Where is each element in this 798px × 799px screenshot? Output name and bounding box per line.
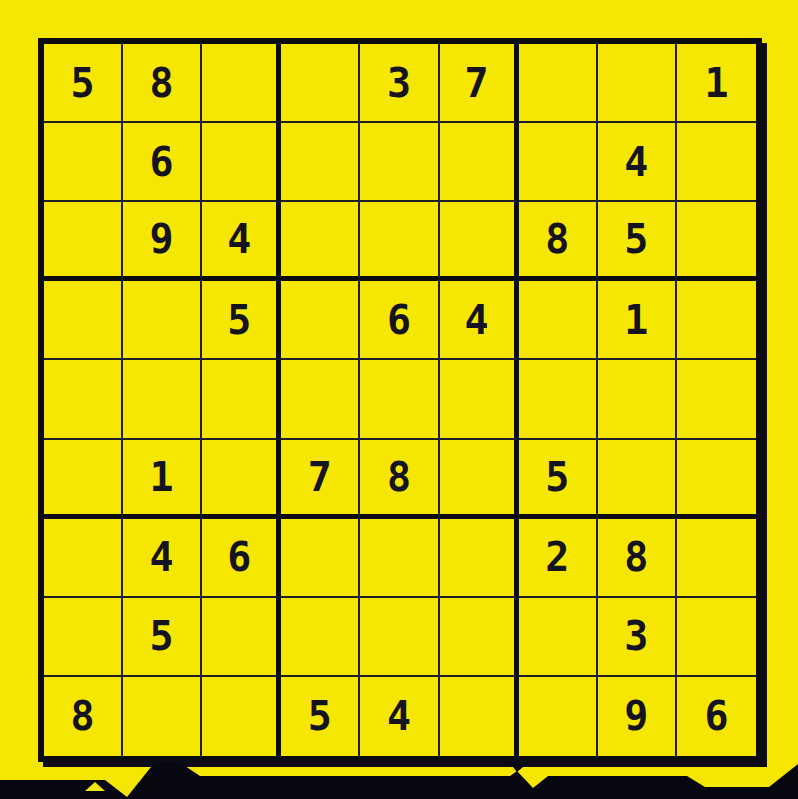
sudoku-cell-r6c6[interactable] — [440, 440, 519, 519]
sudoku-cell-r6c9[interactable] — [677, 440, 756, 519]
sudoku-cell-r7c1[interactable] — [44, 519, 123, 598]
sudoku-cell-r9c9[interactable]: 6 — [677, 677, 756, 756]
sudoku-cell-r4c7[interactable] — [519, 281, 598, 360]
sudoku-cell-r5c8[interactable] — [598, 360, 677, 439]
sudoku-cell-r9c4[interactable]: 5 — [281, 677, 360, 756]
sudoku-cell-r4c8[interactable]: 1 — [598, 281, 677, 360]
sudoku-cell-r6c3[interactable] — [202, 440, 281, 519]
sudoku-cell-r6c8[interactable] — [598, 440, 677, 519]
sudoku-cell-r1c5[interactable]: 3 — [360, 44, 439, 123]
sudoku-cell-r5c3[interactable] — [202, 360, 281, 439]
glitch-band-shape — [0, 762, 798, 799]
sudoku-cell-r2c9[interactable] — [677, 123, 756, 202]
sudoku-cell-r2c6[interactable] — [440, 123, 519, 202]
sudoku-cell-r9c3[interactable] — [202, 677, 281, 756]
sudoku-cell-r1c7[interactable] — [519, 44, 598, 123]
sudoku-cell-r1c1[interactable]: 5 — [44, 44, 123, 123]
sudoku-cell-r6c1[interactable] — [44, 440, 123, 519]
sudoku-cell-r3c7[interactable]: 8 — [519, 202, 598, 281]
sudoku-screen: 583716494855641178546285385496 — [0, 0, 798, 799]
sudoku-cell-r2c5[interactable] — [360, 123, 439, 202]
sudoku-cell-r3c2[interactable]: 9 — [123, 202, 202, 281]
sudoku-cell-r7c4[interactable] — [281, 519, 360, 598]
sudoku-cell-r7c8[interactable]: 8 — [598, 519, 677, 598]
sudoku-cell-r2c2[interactable]: 6 — [123, 123, 202, 202]
sudoku-cell-r1c4[interactable] — [281, 44, 360, 123]
sudoku-cell-r5c9[interactable] — [677, 360, 756, 439]
sudoku-cell-r5c5[interactable] — [360, 360, 439, 439]
sudoku-board: 583716494855641178546285385496 — [38, 38, 762, 762]
sudoku-cell-r8c3[interactable] — [202, 598, 281, 677]
sudoku-cell-r7c6[interactable] — [440, 519, 519, 598]
sudoku-cell-r5c1[interactable] — [44, 360, 123, 439]
sudoku-cell-r8c1[interactable] — [44, 598, 123, 677]
sudoku-cell-r3c9[interactable] — [677, 202, 756, 281]
sudoku-cell-r7c5[interactable] — [360, 519, 439, 598]
sudoku-cell-r4c1[interactable] — [44, 281, 123, 360]
sudoku-cell-r9c5[interactable]: 4 — [360, 677, 439, 756]
sudoku-cell-r4c9[interactable] — [677, 281, 756, 360]
glitch-center-wedge-shape — [509, 762, 529, 772]
sudoku-cell-r9c6[interactable] — [440, 677, 519, 756]
sudoku-cell-r8c9[interactable] — [677, 598, 756, 677]
sudoku-cell-r2c4[interactable] — [281, 123, 360, 202]
sudoku-cell-r6c5[interactable]: 8 — [360, 440, 439, 519]
sudoku-cell-r8c4[interactable] — [281, 598, 360, 677]
sudoku-cell-r1c2[interactable]: 8 — [123, 44, 202, 123]
sudoku-cell-r9c2[interactable] — [123, 677, 202, 756]
sudoku-cell-r7c3[interactable]: 6 — [202, 519, 281, 598]
sudoku-cell-r7c9[interactable] — [677, 519, 756, 598]
sudoku-cell-r2c3[interactable] — [202, 123, 281, 202]
sudoku-cell-r8c2[interactable]: 5 — [123, 598, 202, 677]
sudoku-cell-r2c7[interactable] — [519, 123, 598, 202]
sudoku-cell-r5c2[interactable] — [123, 360, 202, 439]
sudoku-cell-r3c5[interactable] — [360, 202, 439, 281]
sudoku-cell-r8c6[interactable] — [440, 598, 519, 677]
sudoku-cell-r4c2[interactable] — [123, 281, 202, 360]
sudoku-cell-r8c8[interactable]: 3 — [598, 598, 677, 677]
sudoku-cell-r3c6[interactable] — [440, 202, 519, 281]
sudoku-cell-r3c8[interactable]: 5 — [598, 202, 677, 281]
sudoku-cell-r1c8[interactable] — [598, 44, 677, 123]
sudoku-cell-r9c8[interactable]: 9 — [598, 677, 677, 756]
sudoku-cell-r2c1[interactable] — [44, 123, 123, 202]
sudoku-cell-r6c2[interactable]: 1 — [123, 440, 202, 519]
sudoku-cell-r9c1[interactable]: 8 — [44, 677, 123, 756]
sudoku-cell-r4c4[interactable] — [281, 281, 360, 360]
sudoku-cell-r6c4[interactable]: 7 — [281, 440, 360, 519]
sudoku-cell-r7c7[interactable]: 2 — [519, 519, 598, 598]
sudoku-cell-r4c6[interactable]: 4 — [440, 281, 519, 360]
sudoku-cell-r1c9[interactable]: 1 — [677, 44, 756, 123]
sudoku-cell-r7c2[interactable]: 4 — [123, 519, 202, 598]
sudoku-cell-r5c4[interactable] — [281, 360, 360, 439]
sudoku-cell-r5c7[interactable] — [519, 360, 598, 439]
sudoku-cell-r8c7[interactable] — [519, 598, 598, 677]
sudoku-cell-r9c7[interactable] — [519, 677, 598, 756]
sudoku-cell-r5c6[interactable] — [440, 360, 519, 439]
sudoku-cell-r4c3[interactable]: 5 — [202, 281, 281, 360]
sudoku-cell-r3c3[interactable]: 4 — [202, 202, 281, 281]
sudoku-cell-r2c8[interactable]: 4 — [598, 123, 677, 202]
sudoku-cell-r1c6[interactable]: 7 — [440, 44, 519, 123]
sudoku-cell-r3c1[interactable] — [44, 202, 123, 281]
sudoku-cell-r6c7[interactable]: 5 — [519, 440, 598, 519]
sudoku-cell-r1c3[interactable] — [202, 44, 281, 123]
sudoku-cell-r3c4[interactable] — [281, 202, 360, 281]
sudoku-cell-r4c5[interactable]: 6 — [360, 281, 439, 360]
sudoku-cell-r8c5[interactable] — [360, 598, 439, 677]
glitch-small-triangle-icon — [85, 782, 105, 791]
